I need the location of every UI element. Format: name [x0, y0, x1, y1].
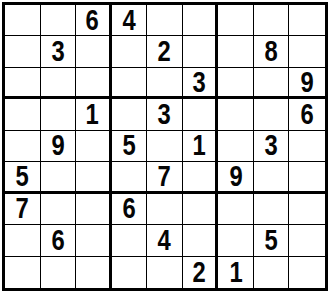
cell-r4c3[interactable]: 1	[76, 99, 112, 130]
cell-r2c6[interactable]	[183, 36, 219, 67]
cell-r5c5[interactable]	[147, 131, 183, 162]
given-digit: 6	[301, 100, 314, 129]
cell-r3c1[interactable]	[5, 68, 41, 99]
cell-r9c6[interactable]: 2	[183, 257, 219, 288]
given-digit: 9	[301, 68, 314, 97]
cell-r3c2[interactable]	[41, 68, 77, 99]
given-digit: 1	[229, 258, 242, 287]
cell-r7c5[interactable]	[147, 194, 183, 225]
cell-r6c3[interactable]	[76, 162, 112, 193]
cell-r4c6[interactable]	[183, 99, 219, 130]
cell-r7c2[interactable]	[41, 194, 77, 225]
cell-r9c3[interactable]	[76, 257, 112, 288]
cell-r5c1[interactable]	[5, 131, 41, 162]
cell-r7c6[interactable]	[183, 194, 219, 225]
cell-r8c4[interactable]	[112, 225, 148, 256]
given-digit: 1	[192, 131, 205, 160]
given-digit: 1	[86, 100, 99, 129]
cell-r4c9[interactable]: 6	[289, 99, 325, 130]
cell-r8c8[interactable]: 5	[254, 225, 290, 256]
cell-r7c9[interactable]	[289, 194, 325, 225]
cell-r9c8[interactable]	[254, 257, 290, 288]
cell-r8c7[interactable]	[218, 225, 254, 256]
cell-r9c4[interactable]	[112, 257, 148, 288]
given-digit: 6	[122, 194, 135, 223]
cell-r4c8[interactable]	[254, 99, 290, 130]
cell-r6c7[interactable]: 9	[218, 162, 254, 193]
cell-r3c3[interactable]	[76, 68, 112, 99]
given-digit: 7	[158, 162, 171, 191]
cell-r6c8[interactable]	[254, 162, 290, 193]
cell-r1c9[interactable]	[289, 5, 325, 36]
cell-r8c1[interactable]	[5, 225, 41, 256]
cell-r7c8[interactable]	[254, 194, 290, 225]
cell-r2c8[interactable]: 8	[254, 36, 290, 67]
cell-r5c2[interactable]: 9	[41, 131, 77, 162]
given-digit: 6	[86, 6, 99, 35]
given-digit: 2	[192, 258, 205, 287]
sudoku-page: 643283913695135797664521	[0, 0, 330, 293]
cell-r8c2[interactable]: 6	[41, 225, 77, 256]
cell-r1c2[interactable]	[41, 5, 77, 36]
cell-r2c2[interactable]: 3	[41, 36, 77, 67]
given-digit: 3	[192, 68, 205, 97]
cell-r8c5[interactable]: 4	[147, 225, 183, 256]
given-digit: 3	[265, 131, 278, 160]
cell-r4c2[interactable]	[41, 99, 77, 130]
cell-r5c9[interactable]	[289, 131, 325, 162]
sudoku-board: 643283913695135797664521	[2, 2, 328, 291]
cell-r2c5[interactable]: 2	[147, 36, 183, 67]
given-digit: 5	[16, 162, 29, 191]
cell-r5c4[interactable]: 5	[112, 131, 148, 162]
cell-r1c6[interactable]	[183, 5, 219, 36]
cell-r3c5[interactable]	[147, 68, 183, 99]
cell-r7c1[interactable]: 7	[5, 194, 41, 225]
cell-r7c3[interactable]	[76, 194, 112, 225]
cell-r1c4[interactable]: 4	[112, 5, 148, 36]
cell-r8c3[interactable]	[76, 225, 112, 256]
cell-r7c7[interactable]	[218, 194, 254, 225]
cell-r1c1[interactable]	[5, 5, 41, 36]
given-digit: 8	[265, 37, 278, 66]
cell-r3c8[interactable]	[254, 68, 290, 99]
given-digit: 7	[16, 194, 29, 223]
cell-r5c3[interactable]	[76, 131, 112, 162]
cell-r6c2[interactable]	[41, 162, 77, 193]
cell-r4c7[interactable]	[218, 99, 254, 130]
given-digit: 5	[265, 226, 278, 255]
cell-r6c9[interactable]	[289, 162, 325, 193]
cell-r6c6[interactable]	[183, 162, 219, 193]
cell-r9c5[interactable]	[147, 257, 183, 288]
cell-r6c5[interactable]: 7	[147, 162, 183, 193]
given-digit: 9	[51, 131, 64, 160]
cell-r8c9[interactable]	[289, 225, 325, 256]
cell-r7c4[interactable]: 6	[112, 194, 148, 225]
cell-r2c7[interactable]	[218, 36, 254, 67]
cell-r2c1[interactable]	[5, 36, 41, 67]
cell-r5c7[interactable]	[218, 131, 254, 162]
cell-r2c4[interactable]	[112, 36, 148, 67]
cell-r3c6[interactable]: 3	[183, 68, 219, 99]
cell-r9c7[interactable]: 1	[218, 257, 254, 288]
cell-r8c6[interactable]	[183, 225, 219, 256]
cell-r5c6[interactable]: 1	[183, 131, 219, 162]
cell-r6c4[interactable]	[112, 162, 148, 193]
cell-r6c1[interactable]: 5	[5, 162, 41, 193]
cell-r2c3[interactable]	[76, 36, 112, 67]
given-digit: 6	[51, 226, 64, 255]
cell-r5c8[interactable]: 3	[254, 131, 290, 162]
given-digit: 5	[122, 131, 135, 160]
cell-r2c9[interactable]	[289, 36, 325, 67]
given-digit: 2	[158, 37, 171, 66]
cell-r1c5[interactable]	[147, 5, 183, 36]
given-digit: 4	[158, 226, 171, 255]
given-digit: 4	[122, 6, 135, 35]
given-digit: 9	[229, 162, 242, 191]
given-digit: 3	[51, 37, 64, 66]
cell-r4c1[interactable]	[5, 99, 41, 130]
cell-r1c8[interactable]	[254, 5, 290, 36]
cell-r4c5[interactable]: 3	[147, 99, 183, 130]
cell-r9c1[interactable]	[5, 257, 41, 288]
cell-r9c2[interactable]	[41, 257, 77, 288]
cell-r9c9[interactable]	[289, 257, 325, 288]
cell-r3c4[interactable]	[112, 68, 148, 99]
cell-r4c4[interactable]	[112, 99, 148, 130]
given-digit: 3	[158, 100, 171, 129]
cell-r1c3[interactable]: 6	[76, 5, 112, 36]
cell-r1c7[interactable]	[218, 5, 254, 36]
cell-r3c7[interactable]	[218, 68, 254, 99]
cell-r3c9[interactable]: 9	[289, 68, 325, 99]
